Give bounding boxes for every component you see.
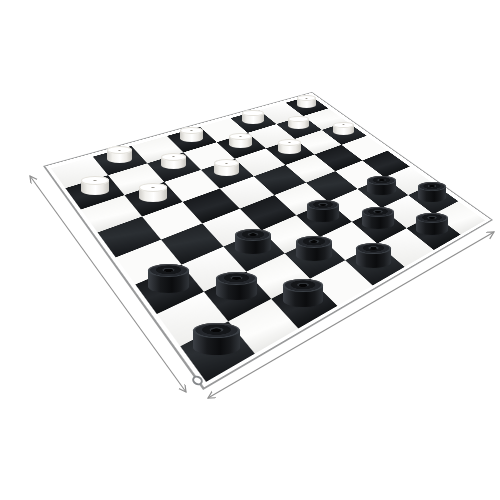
dimension-arrow-bottom bbox=[208, 232, 494, 398]
dimension-arrows bbox=[0, 0, 500, 500]
product-photo-canvas bbox=[0, 0, 500, 500]
dimension-arrow-left bbox=[30, 176, 186, 392]
